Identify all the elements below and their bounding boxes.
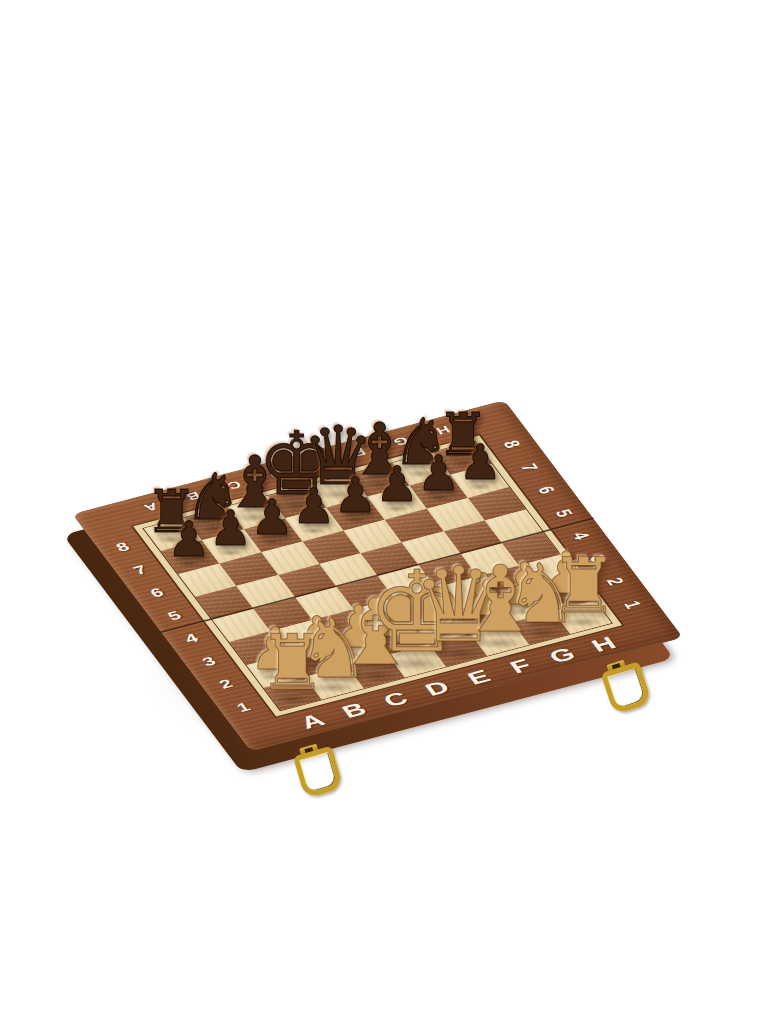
piece-black-pawn-h7[interactable]: ♟ bbox=[458, 439, 502, 488]
rank-label-left-5: 5 bbox=[165, 609, 184, 623]
pawn-icon: ♟ bbox=[250, 493, 294, 542]
pawn-icon: ♟ bbox=[209, 504, 253, 553]
pawn-icon: ♟ bbox=[375, 460, 419, 509]
rank-label-right-8: 8 bbox=[500, 439, 524, 450]
piece-contact-shadow bbox=[343, 516, 368, 523]
file-label-near-h: H bbox=[588, 634, 620, 655]
piece-contact-shadow bbox=[301, 527, 326, 534]
piece-contact-shadow bbox=[564, 617, 604, 628]
piece-contact-shadow bbox=[176, 560, 201, 567]
pawn-icon: ♟ bbox=[417, 450, 461, 499]
file-label-near-f: F bbox=[506, 656, 535, 676]
piece-contact-shadow bbox=[384, 505, 409, 512]
product-photo-stage: AA88BB77CC66DD55EE44FF33GG22HH11 ♜♞♝♚♛♝♞… bbox=[0, 0, 768, 1024]
piece-black-pawn-c7[interactable]: ♟ bbox=[250, 493, 294, 542]
piece-black-pawn-b7[interactable]: ♟ bbox=[209, 504, 253, 553]
piece-black-pawn-g7[interactable]: ♟ bbox=[417, 450, 461, 499]
rank-label-right-6: 6 bbox=[534, 485, 558, 496]
piece-black-pawn-e7[interactable]: ♟ bbox=[334, 471, 378, 520]
piece-white-rook-h1[interactable]: ♜ bbox=[549, 548, 617, 624]
rank-label-left-7: 7 bbox=[131, 563, 150, 577]
rank-label-right-7: 7 bbox=[517, 462, 541, 473]
file-label-near-d: D bbox=[421, 678, 453, 699]
piece-contact-shadow bbox=[468, 483, 493, 490]
pawn-icon: ♟ bbox=[334, 471, 378, 520]
rank-label-left-1: 1 bbox=[234, 700, 253, 714]
piece-black-pawn-d7[interactable]: ♟ bbox=[292, 482, 336, 531]
file-label-near-e: E bbox=[464, 667, 494, 687]
piece-contact-shadow bbox=[218, 549, 243, 556]
file-label-near-c: C bbox=[380, 689, 412, 710]
file-label-near-a: A bbox=[296, 711, 328, 732]
piece-black-pawn-f7[interactable]: ♟ bbox=[375, 460, 419, 509]
pawn-icon: ♟ bbox=[458, 439, 502, 488]
file-label-near-b: B bbox=[338, 700, 370, 721]
rank-label-right-1: 1 bbox=[620, 599, 644, 610]
rook-icon: ♜ bbox=[549, 548, 617, 624]
piece-black-pawn-a7[interactable]: ♟ bbox=[167, 515, 211, 564]
pawn-icon: ♟ bbox=[292, 482, 336, 531]
rank-label-left-2: 2 bbox=[217, 677, 236, 691]
pawn-icon: ♟ bbox=[167, 515, 211, 564]
piece-contact-shadow bbox=[259, 538, 284, 545]
rank-label-right-5: 5 bbox=[552, 508, 576, 519]
piece-contact-shadow bbox=[426, 494, 451, 501]
rank-label-left-4: 4 bbox=[182, 632, 201, 646]
rank-label-left-3: 3 bbox=[199, 655, 218, 669]
rank-label-left-6: 6 bbox=[148, 586, 167, 600]
rank-label-left-8: 8 bbox=[113, 540, 132, 554]
file-label-near-g: G bbox=[545, 645, 578, 666]
